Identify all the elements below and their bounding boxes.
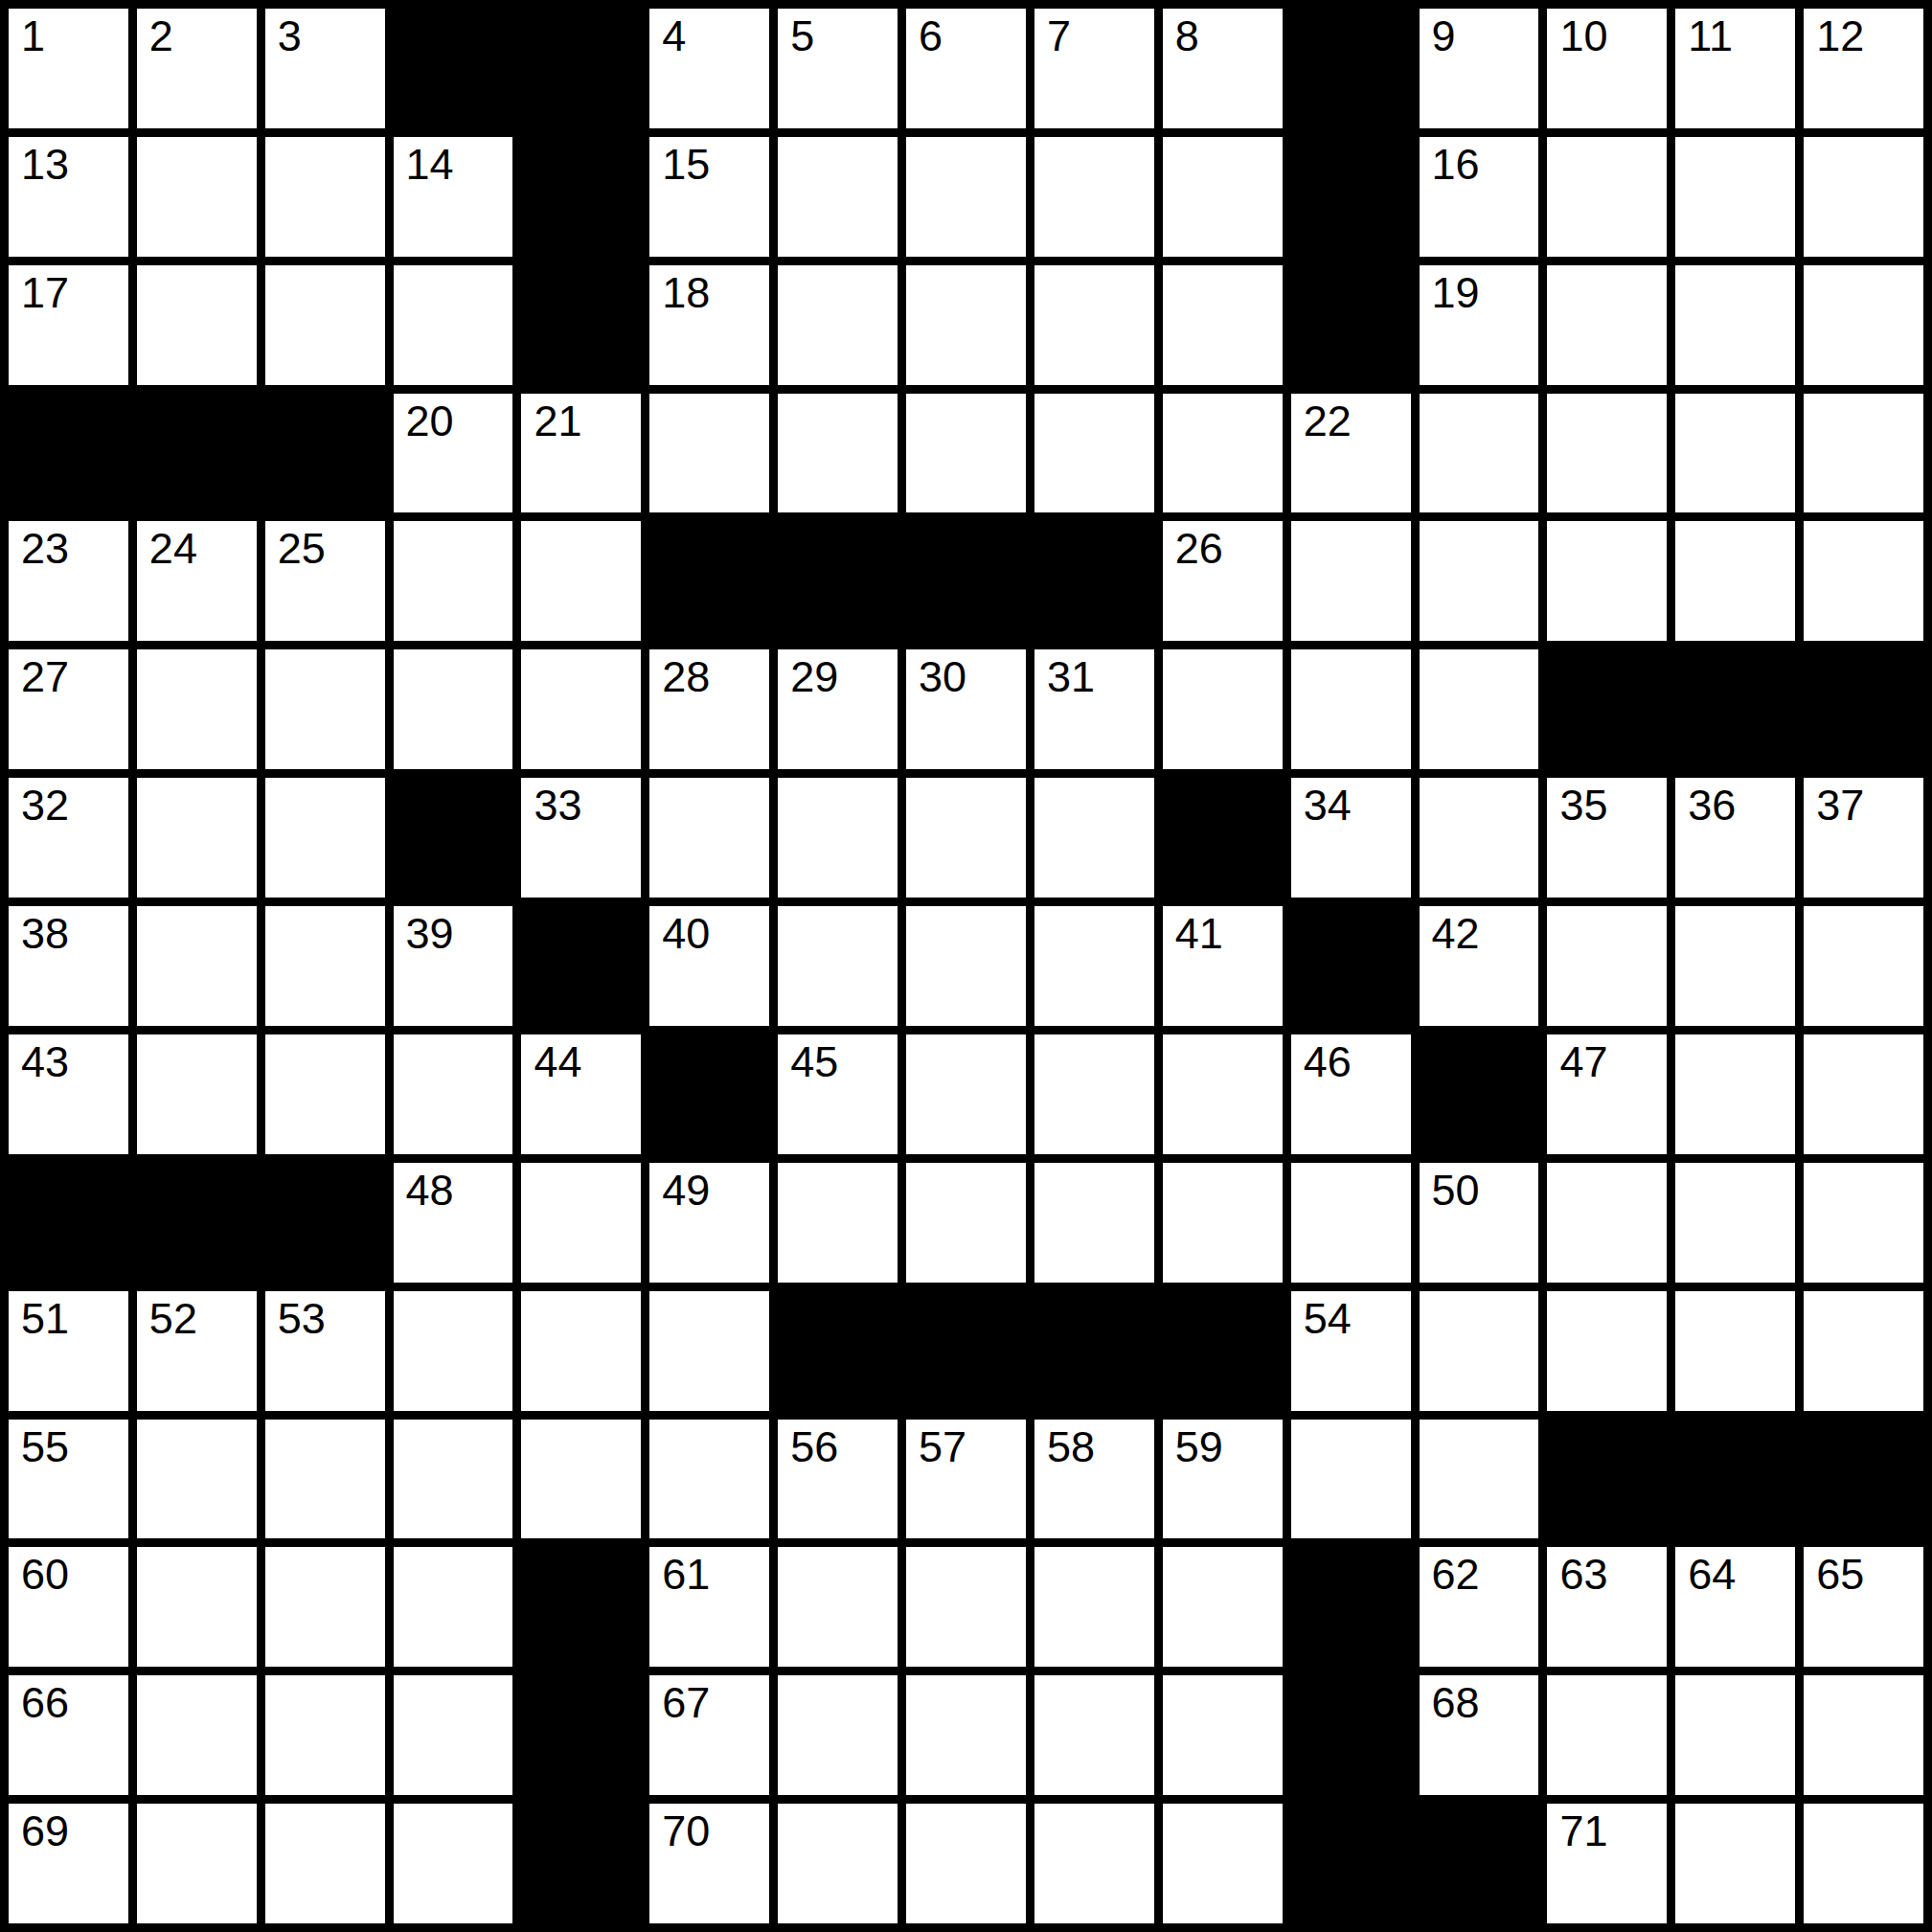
white-cell[interactable]: 58: [1034, 1420, 1154, 1539]
white-cell[interactable]: [521, 649, 641, 769]
white-cell[interactable]: [137, 265, 257, 385]
black-cell: [649, 521, 769, 641]
white-cell[interactable]: 37: [1804, 778, 1923, 898]
white-cell[interactable]: [1420, 778, 1539, 898]
clue-number: 21: [534, 398, 581, 445]
black-cell: [521, 1675, 641, 1795]
black-cell: [394, 778, 513, 898]
white-cell[interactable]: [1034, 1163, 1154, 1283]
white-cell[interactable]: 21: [521, 394, 641, 513]
white-cell[interactable]: 10: [1547, 9, 1667, 128]
white-cell[interactable]: 35: [1547, 778, 1667, 898]
white-cell[interactable]: [906, 778, 1026, 898]
white-cell[interactable]: [521, 1420, 641, 1539]
clue-number: 42: [1432, 910, 1480, 958]
white-cell[interactable]: [1420, 521, 1539, 641]
white-cell[interactable]: 17: [9, 265, 128, 385]
white-cell[interactable]: [265, 1547, 385, 1667]
black-cell: [1675, 649, 1795, 769]
clue-number: 31: [1047, 653, 1095, 701]
black-cell: [521, 1804, 641, 1923]
black-cell: [1420, 1804, 1539, 1923]
white-cell[interactable]: 55: [9, 1420, 128, 1539]
white-cell[interactable]: 47: [1547, 1034, 1667, 1154]
white-cell[interactable]: [906, 265, 1026, 385]
crossword-grid: 1234567891011121314151617181920212223242…: [0, 0, 1932, 1932]
clue-number: 13: [21, 141, 69, 189]
clue-number: 35: [1559, 782, 1607, 830]
white-cell[interactable]: [1291, 1420, 1411, 1539]
white-cell[interactable]: [906, 906, 1026, 1026]
clue-number: 63: [1559, 1551, 1607, 1599]
clue-number: 51: [21, 1295, 69, 1343]
clue-number: 28: [662, 653, 710, 701]
white-cell[interactable]: 61: [649, 1547, 769, 1667]
white-cell[interactable]: [1034, 778, 1154, 898]
white-cell[interactable]: 22: [1291, 394, 1411, 513]
white-cell[interactable]: [1163, 137, 1283, 257]
clue-number: 22: [1304, 398, 1352, 445]
clue-number: 59: [1175, 1423, 1223, 1471]
white-cell[interactable]: [1163, 1675, 1283, 1795]
white-cell[interactable]: [265, 649, 385, 769]
clue-number: 54: [1304, 1295, 1352, 1343]
clue-number: 55: [21, 1423, 69, 1471]
clue-number: 9: [1432, 12, 1456, 60]
white-cell[interactable]: [778, 778, 898, 898]
clue-number: 71: [1559, 1807, 1607, 1855]
white-cell[interactable]: 26: [1163, 521, 1283, 641]
black-cell: [1547, 649, 1667, 769]
white-cell[interactable]: [778, 906, 898, 1026]
clue-number: 56: [790, 1423, 838, 1471]
white-cell[interactable]: [778, 1163, 898, 1283]
white-cell[interactable]: [1034, 1547, 1154, 1667]
white-cell[interactable]: [1163, 265, 1283, 385]
white-cell[interactable]: 49: [649, 1163, 769, 1283]
black-cell: [906, 521, 1026, 641]
black-cell: [906, 1291, 1026, 1411]
black-cell: [1420, 1034, 1539, 1154]
white-cell[interactable]: [1163, 1804, 1283, 1923]
white-cell[interactable]: [1034, 1675, 1154, 1795]
black-cell: [9, 1163, 128, 1283]
white-cell[interactable]: [265, 1804, 385, 1923]
white-cell[interactable]: [906, 394, 1026, 513]
white-cell[interactable]: [394, 1291, 513, 1411]
white-cell[interactable]: [778, 1547, 898, 1667]
white-cell[interactable]: 56: [778, 1420, 898, 1539]
white-cell[interactable]: 66: [9, 1675, 128, 1795]
white-cell[interactable]: 18: [649, 265, 769, 385]
black-cell: [1804, 1420, 1923, 1539]
clue-number: 49: [662, 1167, 710, 1215]
clue-number: 37: [1816, 782, 1864, 830]
white-cell[interactable]: 40: [649, 906, 769, 1026]
white-cell[interactable]: 20: [394, 394, 513, 513]
clue-number: 26: [1175, 525, 1223, 573]
white-cell[interactable]: [1675, 1163, 1795, 1283]
white-cell[interactable]: [1034, 1034, 1154, 1154]
white-cell[interactable]: 5: [778, 9, 898, 128]
white-cell[interactable]: [1547, 1291, 1667, 1411]
black-cell: [778, 521, 898, 641]
clue-number: 48: [406, 1167, 454, 1215]
white-cell[interactable]: 16: [1420, 137, 1539, 257]
white-cell[interactable]: [1547, 137, 1667, 257]
white-cell[interactable]: [265, 1675, 385, 1795]
white-cell[interactable]: 28: [649, 649, 769, 769]
white-cell[interactable]: 9: [1420, 9, 1539, 128]
white-cell[interactable]: 27: [9, 649, 128, 769]
white-cell[interactable]: 51: [9, 1291, 128, 1411]
white-cell[interactable]: 71: [1547, 1804, 1667, 1923]
white-cell[interactable]: [1675, 1804, 1795, 1923]
clue-number: 38: [21, 910, 69, 958]
white-cell[interactable]: 67: [649, 1675, 769, 1795]
white-cell[interactable]: [1163, 1547, 1283, 1667]
black-cell: [1804, 649, 1923, 769]
white-cell[interactable]: [1420, 1291, 1539, 1411]
black-cell: [137, 1163, 257, 1283]
white-cell[interactable]: [265, 1034, 385, 1154]
white-cell[interactable]: 45: [778, 1034, 898, 1154]
black-cell: [1163, 1291, 1283, 1411]
white-cell[interactable]: 30: [906, 649, 1026, 769]
clue-number: 39: [406, 910, 454, 958]
black-cell: [1675, 1420, 1795, 1539]
white-cell[interactable]: 52: [137, 1291, 257, 1411]
white-cell[interactable]: [394, 1804, 513, 1923]
white-cell[interactable]: 15: [649, 137, 769, 257]
clue-number: 65: [1816, 1551, 1864, 1599]
white-cell[interactable]: 70: [649, 1804, 769, 1923]
white-cell[interactable]: [1675, 906, 1795, 1026]
white-cell[interactable]: [394, 649, 513, 769]
white-cell[interactable]: [1547, 265, 1667, 385]
white-cell[interactable]: 41: [1163, 906, 1283, 1026]
clue-number: 64: [1688, 1551, 1736, 1599]
white-cell[interactable]: 59: [1163, 1420, 1283, 1539]
clue-number: 11: [1688, 12, 1733, 60]
white-cell[interactable]: [1675, 394, 1795, 513]
white-cell[interactable]: 36: [1675, 778, 1795, 898]
white-cell[interactable]: [1675, 1034, 1795, 1154]
white-cell[interactable]: 14: [394, 137, 513, 257]
white-cell[interactable]: [394, 1675, 513, 1795]
white-cell[interactable]: 46: [1291, 1034, 1411, 1154]
white-cell[interactable]: 33: [521, 778, 641, 898]
clue-number: 7: [1047, 12, 1071, 60]
white-cell[interactable]: [778, 137, 898, 257]
white-cell[interactable]: [394, 521, 513, 641]
white-cell[interactable]: [1675, 1291, 1795, 1411]
white-cell[interactable]: [1804, 1291, 1923, 1411]
white-cell[interactable]: 68: [1420, 1675, 1539, 1795]
clue-number: 15: [662, 141, 710, 189]
white-cell[interactable]: [137, 1420, 257, 1539]
clue-number: 61: [662, 1551, 710, 1599]
clue-number: 40: [662, 910, 710, 958]
white-cell[interactable]: [265, 137, 385, 257]
white-cell[interactable]: [906, 1675, 1026, 1795]
white-cell[interactable]: [521, 1163, 641, 1283]
black-cell: [1291, 265, 1411, 385]
clue-number: 25: [278, 525, 326, 573]
clue-number: 34: [1304, 782, 1352, 830]
clue-number: 10: [1559, 12, 1607, 60]
white-cell[interactable]: [1291, 1163, 1411, 1283]
black-cell: [521, 265, 641, 385]
black-cell: [1291, 1547, 1411, 1667]
white-cell[interactable]: [137, 1547, 257, 1667]
white-cell[interactable]: [137, 778, 257, 898]
white-cell[interactable]: 39: [394, 906, 513, 1026]
white-cell[interactable]: 34: [1291, 778, 1411, 898]
white-cell[interactable]: [1034, 265, 1154, 385]
white-cell[interactable]: 38: [9, 906, 128, 1026]
white-cell[interactable]: [1420, 649, 1539, 769]
white-cell[interactable]: 62: [1420, 1547, 1539, 1667]
white-cell[interactable]: [649, 1291, 769, 1411]
white-cell[interactable]: [778, 1804, 898, 1923]
white-cell[interactable]: 23: [9, 521, 128, 641]
white-cell[interactable]: [906, 1034, 1026, 1154]
clue-number: 3: [278, 12, 302, 60]
white-cell[interactable]: [1420, 1420, 1539, 1539]
white-cell[interactable]: [1547, 521, 1667, 641]
white-cell[interactable]: 65: [1804, 1547, 1923, 1667]
white-cell[interactable]: [906, 1163, 1026, 1283]
black-cell: [1034, 1291, 1154, 1411]
clue-number: 60: [21, 1551, 69, 1599]
white-cell[interactable]: [137, 649, 257, 769]
white-cell[interactable]: [1291, 649, 1411, 769]
clue-number: 27: [21, 653, 69, 701]
clue-number: 47: [1559, 1038, 1607, 1086]
clue-number: 43: [21, 1038, 69, 1086]
white-cell[interactable]: [778, 265, 898, 385]
black-cell: [394, 9, 513, 128]
white-cell[interactable]: [1675, 521, 1795, 641]
white-cell[interactable]: [1804, 265, 1923, 385]
white-cell[interactable]: [1804, 1675, 1923, 1795]
white-cell[interactable]: 63: [1547, 1547, 1667, 1667]
white-cell[interactable]: [521, 521, 641, 641]
clue-number: 8: [1175, 12, 1199, 60]
white-cell[interactable]: [265, 1420, 385, 1539]
white-cell[interactable]: [394, 1420, 513, 1539]
black-cell: [521, 1547, 641, 1667]
white-cell[interactable]: [1675, 1675, 1795, 1795]
white-cell[interactable]: [394, 1034, 513, 1154]
clue-number: 19: [1432, 269, 1480, 317]
white-cell[interactable]: [1163, 1163, 1283, 1283]
black-cell: [137, 394, 257, 513]
white-cell[interactable]: 57: [906, 1420, 1026, 1539]
clue-number: 24: [149, 525, 197, 573]
black-cell: [521, 9, 641, 128]
clue-number: 17: [21, 269, 69, 317]
clue-number: 44: [534, 1038, 581, 1086]
clue-number: 18: [662, 269, 710, 317]
black-cell: [1291, 137, 1411, 257]
black-cell: [1291, 1804, 1411, 1923]
clue-number: 14: [406, 141, 454, 189]
white-cell[interactable]: 3: [265, 9, 385, 128]
white-cell[interactable]: [906, 137, 1026, 257]
white-cell[interactable]: [1291, 521, 1411, 641]
white-cell[interactable]: [137, 1804, 257, 1923]
clue-number: 1: [21, 12, 45, 60]
white-cell[interactable]: 4: [649, 9, 769, 128]
white-cell[interactable]: [1804, 1034, 1923, 1154]
clue-number: 50: [1432, 1167, 1480, 1215]
white-cell[interactable]: 43: [9, 1034, 128, 1154]
black-cell: [521, 137, 641, 257]
white-cell[interactable]: 69: [9, 1804, 128, 1923]
black-cell: [265, 394, 385, 513]
white-cell[interactable]: 7: [1034, 9, 1154, 128]
white-cell[interactable]: 19: [1420, 265, 1539, 385]
clue-number: 32: [21, 782, 69, 830]
white-cell[interactable]: [1163, 394, 1283, 513]
clue-number: 33: [534, 782, 581, 830]
clue-number: 16: [1432, 141, 1480, 189]
white-cell[interactable]: 29: [778, 649, 898, 769]
white-cell[interactable]: [1034, 137, 1154, 257]
white-cell[interactable]: 54: [1291, 1291, 1411, 1411]
black-cell: [9, 394, 128, 513]
white-cell[interactable]: 60: [9, 1547, 128, 1667]
black-cell: [265, 1163, 385, 1283]
white-cell[interactable]: [778, 394, 898, 513]
white-cell[interactable]: [1034, 394, 1154, 513]
white-cell[interactable]: [521, 1291, 641, 1411]
black-cell: [1291, 1675, 1411, 1795]
white-cell[interactable]: 53: [265, 1291, 385, 1411]
white-cell[interactable]: [906, 1804, 1026, 1923]
black-cell: [1291, 906, 1411, 1026]
clue-number: 6: [919, 12, 943, 60]
black-cell: [649, 1034, 769, 1154]
white-cell[interactable]: [394, 1547, 513, 1667]
white-cell[interactable]: [394, 265, 513, 385]
white-cell[interactable]: [1547, 1675, 1667, 1795]
white-cell[interactable]: [649, 394, 769, 513]
white-cell[interactable]: 31: [1034, 649, 1154, 769]
white-cell[interactable]: [1163, 649, 1283, 769]
white-cell[interactable]: 64: [1675, 1547, 1795, 1667]
white-cell[interactable]: 50: [1420, 1163, 1539, 1283]
black-cell: [1547, 1420, 1667, 1539]
white-cell[interactable]: 1: [9, 9, 128, 128]
white-cell[interactable]: [1804, 394, 1923, 513]
white-cell[interactable]: [265, 778, 385, 898]
white-cell[interactable]: [1804, 521, 1923, 641]
white-cell[interactable]: [137, 1034, 257, 1154]
white-cell[interactable]: [1547, 906, 1667, 1026]
white-cell[interactable]: 24: [137, 521, 257, 641]
white-cell[interactable]: [1163, 1034, 1283, 1154]
white-cell[interactable]: [1034, 906, 1154, 1026]
clue-number: 23: [21, 525, 69, 573]
white-cell[interactable]: [265, 265, 385, 385]
white-cell[interactable]: 48: [394, 1163, 513, 1283]
clue-number: 52: [149, 1295, 197, 1343]
black-cell: [778, 1291, 898, 1411]
white-cell[interactable]: [137, 137, 257, 257]
white-cell[interactable]: [1547, 394, 1667, 513]
clue-number: 70: [662, 1807, 710, 1855]
clue-number: 36: [1688, 782, 1736, 830]
white-cell[interactable]: [137, 906, 257, 1026]
black-cell: [521, 906, 641, 1026]
black-cell: [1291, 9, 1411, 128]
clue-number: 29: [790, 653, 838, 701]
clue-number: 62: [1432, 1551, 1480, 1599]
clue-number: 58: [1047, 1423, 1095, 1471]
white-cell[interactable]: [1420, 394, 1539, 513]
clue-number: 4: [662, 12, 686, 60]
black-cell: [1163, 778, 1283, 898]
white-cell[interactable]: [1547, 1163, 1667, 1283]
clue-number: 68: [1432, 1679, 1480, 1727]
white-cell[interactable]: [1804, 137, 1923, 257]
clue-number: 66: [21, 1679, 69, 1727]
white-cell[interactable]: 2: [137, 9, 257, 128]
white-cell[interactable]: 8: [1163, 9, 1283, 128]
white-cell[interactable]: 11: [1675, 9, 1795, 128]
clue-number: 53: [278, 1295, 326, 1343]
white-cell[interactable]: [1804, 1804, 1923, 1923]
clue-number: 12: [1816, 12, 1864, 60]
clue-number: 30: [919, 653, 966, 701]
white-cell[interactable]: 6: [906, 9, 1026, 128]
clue-number: 57: [919, 1423, 966, 1471]
white-cell[interactable]: [265, 906, 385, 1026]
white-cell[interactable]: [1675, 265, 1795, 385]
clue-number: 45: [790, 1038, 838, 1086]
clue-number: 5: [790, 12, 814, 60]
white-cell[interactable]: [1804, 906, 1923, 1026]
clue-number: 46: [1304, 1038, 1352, 1086]
white-cell[interactable]: [1804, 1163, 1923, 1283]
white-cell[interactable]: [906, 1547, 1026, 1667]
white-cell[interactable]: [778, 1675, 898, 1795]
white-cell[interactable]: 12: [1804, 9, 1923, 128]
clue-number: 2: [149, 12, 173, 60]
white-cell[interactable]: 32: [9, 778, 128, 898]
clue-number: 41: [1175, 910, 1223, 958]
white-cell[interactable]: 42: [1420, 906, 1539, 1026]
white-cell[interactable]: [649, 778, 769, 898]
white-cell[interactable]: 44: [521, 1034, 641, 1154]
white-cell[interactable]: [1675, 137, 1795, 257]
black-cell: [1034, 521, 1154, 641]
white-cell[interactable]: [1034, 1804, 1154, 1923]
white-cell[interactable]: [649, 1420, 769, 1539]
clue-number: 20: [406, 398, 454, 445]
white-cell[interactable]: 13: [9, 137, 128, 257]
white-cell[interactable]: 25: [265, 521, 385, 641]
clue-number: 67: [662, 1679, 710, 1727]
clue-number: 69: [21, 1807, 69, 1855]
white-cell[interactable]: [137, 1675, 257, 1795]
